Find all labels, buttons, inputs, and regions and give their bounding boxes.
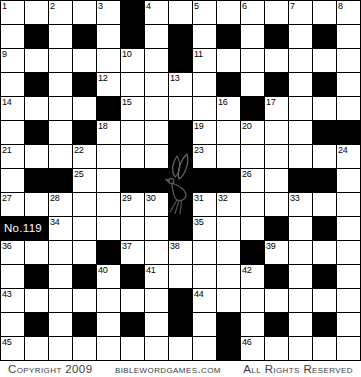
- cell-r6c1[interactable]: [1, 121, 25, 145]
- footer-site: biblewordgames.com: [115, 363, 221, 375]
- cell-r14c12-block: [265, 313, 289, 337]
- cell-r12c9[interactable]: [193, 265, 217, 289]
- cell-r3c6[interactable]: 10: [121, 49, 145, 73]
- cell-r7c15[interactable]: 24: [337, 145, 361, 169]
- clue-number-45: 45: [2, 337, 11, 347]
- cell-r1c11[interactable]: 6: [241, 1, 265, 25]
- cell-r5c11-block: [241, 97, 265, 121]
- cell-r6c2-block: [25, 121, 49, 145]
- cell-r6c6[interactable]: [121, 121, 145, 145]
- cell-r7c1[interactable]: 21: [1, 145, 25, 169]
- cell-r8c4[interactable]: 25: [73, 169, 97, 193]
- cell-r12c8[interactable]: [169, 265, 193, 289]
- cell-r12c5[interactable]: 40: [97, 265, 121, 289]
- cell-r3c14[interactable]: [313, 49, 337, 73]
- clue-number-38: 38: [170, 241, 179, 251]
- cell-r4c9[interactable]: [193, 73, 217, 97]
- cell-r1c10[interactable]: [217, 1, 241, 25]
- cell-r10c9[interactable]: 35: [193, 217, 217, 241]
- cell-r2c14-block: [313, 25, 337, 49]
- cell-r7c12[interactable]: [265, 145, 289, 169]
- clue-number-13: 13: [170, 73, 179, 83]
- cell-r2c12-block: [265, 25, 289, 49]
- cell-r10c4[interactable]: [73, 217, 97, 241]
- clue-number-3: 3: [98, 1, 103, 11]
- clue-number-18: 18: [98, 121, 107, 131]
- clue-number-30: 30: [146, 193, 155, 203]
- cell-r2c4-block: [73, 25, 97, 49]
- cell-r10c13[interactable]: [289, 217, 313, 241]
- cell-r10c6[interactable]: [121, 217, 145, 241]
- cell-r5c12[interactable]: 17: [265, 97, 289, 121]
- cell-r6c3[interactable]: [49, 121, 73, 145]
- cell-r13c5[interactable]: [97, 289, 121, 313]
- cell-r6c8-block: [169, 121, 193, 145]
- cell-r8c6-block: [121, 169, 145, 193]
- cell-r15c10-block: [217, 337, 241, 361]
- clue-number-9: 9: [2, 49, 7, 59]
- cell-r14c3[interactable]: [49, 313, 73, 337]
- cell-r9c2[interactable]: [25, 193, 49, 217]
- clue-number-20: 20: [242, 121, 251, 131]
- cell-r14c13[interactable]: [289, 313, 313, 337]
- clue-number-8: 8: [338, 1, 343, 11]
- cell-r11c4[interactable]: [73, 241, 97, 265]
- clue-number-26: 26: [242, 169, 251, 179]
- cell-r14c7[interactable]: [145, 313, 169, 337]
- cell-r8c14-block: [313, 169, 337, 193]
- cell-r2c3[interactable]: [49, 25, 73, 49]
- cell-r8c2-block: [25, 169, 49, 193]
- cell-r6c13[interactable]: [289, 121, 313, 145]
- cell-r13c9[interactable]: 44: [193, 289, 217, 313]
- cell-r3c3[interactable]: [49, 49, 73, 73]
- cell-r5c15[interactable]: [337, 97, 361, 121]
- cell-r4c10-block: [217, 73, 241, 97]
- cell-r2c1[interactable]: [1, 25, 25, 49]
- cell-r4c14-block: [313, 73, 337, 97]
- cell-r6c15-block: [337, 121, 361, 145]
- cell-r11c6[interactable]: 37: [121, 241, 145, 265]
- cell-r15c3[interactable]: [49, 337, 73, 361]
- cell-r4c12-block: [265, 73, 289, 97]
- crossword-board: 1234567891011121314151617181920212223242…: [0, 0, 361, 361]
- cell-r13c3[interactable]: [49, 289, 73, 313]
- cell-r4c6[interactable]: [121, 73, 145, 97]
- cell-r1c14[interactable]: [313, 1, 337, 25]
- cell-r5c2[interactable]: [25, 97, 49, 121]
- cell-r15c13[interactable]: [289, 337, 313, 361]
- cell-r1c13[interactable]: 7: [289, 1, 313, 25]
- clue-number-5: 5: [194, 1, 199, 11]
- cell-r10c12-block: [265, 217, 289, 241]
- cell-r3c5[interactable]: [97, 49, 121, 73]
- cell-r10c3[interactable]: 34: [49, 217, 73, 241]
- cell-r10c14-block: [313, 217, 337, 241]
- cell-r4c8[interactable]: 13: [169, 73, 193, 97]
- cell-r7c11[interactable]: [241, 145, 265, 169]
- cell-r14c9[interactable]: [193, 313, 217, 337]
- clue-number-29: 29: [122, 193, 131, 203]
- cell-r1c9[interactable]: 5: [193, 1, 217, 25]
- cell-r4c3[interactable]: [49, 73, 73, 97]
- cell-r15c11[interactable]: 46: [241, 337, 265, 361]
- clue-number-2: 2: [50, 1, 55, 11]
- cell-r2c11[interactable]: [241, 25, 265, 49]
- cell-r9c13[interactable]: 33: [289, 193, 313, 217]
- cell-r15c1[interactable]: 45: [1, 337, 25, 361]
- cell-r13c12[interactable]: [265, 289, 289, 313]
- puzzle-number-label: No.119: [4, 222, 42, 235]
- cell-r4c4-block: [73, 73, 97, 97]
- cell-r2c15[interactable]: [337, 25, 361, 49]
- cell-r4c15[interactable]: [337, 73, 361, 97]
- cell-r5c8[interactable]: [169, 97, 193, 121]
- cell-r2c2-block: [25, 25, 49, 49]
- cell-r1c3[interactable]: 2: [49, 1, 73, 25]
- clue-number-37: 37: [122, 241, 131, 251]
- cell-r15c5[interactable]: [97, 337, 121, 361]
- cell-r1c15[interactable]: 8: [337, 1, 361, 25]
- clue-number-22: 22: [74, 145, 83, 155]
- cell-r5c9[interactable]: [193, 97, 217, 121]
- cell-r7c4[interactable]: 22: [73, 145, 97, 169]
- cell-r13c14[interactable]: [313, 289, 337, 313]
- clue-number-17: 17: [266, 97, 275, 107]
- cell-r3c7[interactable]: [145, 49, 169, 73]
- cell-r2c5[interactable]: [97, 25, 121, 49]
- cell-r8c13-block: [289, 169, 313, 193]
- cell-r12c15[interactable]: [337, 265, 361, 289]
- cell-r12c6-block: [121, 265, 145, 289]
- cell-r11c8[interactable]: 38: [169, 241, 193, 265]
- clue-number-28: 28: [50, 193, 59, 203]
- cell-r7c3[interactable]: [49, 145, 73, 169]
- clue-number-4: 4: [146, 1, 151, 11]
- clue-number-14: 14: [2, 97, 11, 107]
- clue-number-11: 11: [194, 49, 203, 59]
- cell-r13c1[interactable]: 43: [1, 289, 25, 313]
- cell-r10c5[interactable]: [97, 217, 121, 241]
- cell-r11c5-block: [97, 241, 121, 265]
- cell-r3c12[interactable]: [265, 49, 289, 73]
- clue-number-7: 7: [290, 1, 295, 11]
- cell-r9c1[interactable]: 27: [1, 193, 25, 217]
- cell-r4c5[interactable]: 12: [97, 73, 121, 97]
- cell-r13c4[interactable]: [73, 289, 97, 313]
- footer-rights: All Rights Reserved: [243, 363, 353, 375]
- cell-r5c6[interactable]: 15: [121, 97, 145, 121]
- dove-icon: [165, 152, 199, 216]
- cell-r10c15[interactable]: [337, 217, 361, 241]
- cell-r12c3[interactable]: [49, 265, 73, 289]
- cell-r6c11[interactable]: 20: [241, 121, 265, 145]
- cell-r14c1[interactable]: [1, 313, 25, 337]
- cell-r3c1[interactable]: 9: [1, 49, 25, 73]
- cell-r8c10-block: [217, 169, 241, 193]
- cell-r8c5[interactable]: [97, 169, 121, 193]
- cell-r6c14-block: [313, 121, 337, 145]
- cell-r11c14[interactable]: [313, 241, 337, 265]
- cell-r13c10[interactable]: [217, 289, 241, 313]
- clue-number-16: 16: [218, 97, 227, 107]
- cell-r9c10[interactable]: 32: [217, 193, 241, 217]
- clue-number-34: 34: [50, 217, 59, 227]
- cell-r5c1[interactable]: 14: [1, 97, 25, 121]
- cell-r15c7[interactable]: [145, 337, 169, 361]
- cell-r9c15[interactable]: [337, 193, 361, 217]
- cell-r15c8[interactable]: [169, 337, 193, 361]
- cell-r11c7[interactable]: [145, 241, 169, 265]
- cell-r11c9[interactable]: [193, 241, 217, 265]
- cell-r9c4[interactable]: [73, 193, 97, 217]
- cell-r13c6[interactable]: [121, 289, 145, 313]
- cell-r6c7[interactable]: [145, 121, 169, 145]
- cell-r6c12[interactable]: [265, 121, 289, 145]
- cell-r3c2[interactable]: [25, 49, 49, 73]
- cell-r2c13[interactable]: [289, 25, 313, 49]
- cell-r6c5[interactable]: 18: [97, 121, 121, 145]
- cell-r1c5[interactable]: 3: [97, 1, 121, 25]
- clue-number-25: 25: [74, 169, 83, 179]
- cell-r5c14[interactable]: [313, 97, 337, 121]
- cell-r12c11[interactable]: 42: [241, 265, 265, 289]
- clue-number-12: 12: [98, 73, 107, 83]
- cell-r2c10-block: [217, 25, 241, 49]
- cell-r14c5[interactable]: [97, 313, 121, 337]
- cell-r12c10[interactable]: [217, 265, 241, 289]
- clue-number-21: 21: [2, 145, 11, 155]
- cell-r9c5[interactable]: [97, 193, 121, 217]
- cell-r8c1[interactable]: [1, 169, 25, 193]
- cell-r13c2[interactable]: [25, 289, 49, 313]
- cell-r11c3[interactable]: [49, 241, 73, 265]
- cell-r11c11-block: [241, 241, 265, 265]
- cell-r3c11[interactable]: [241, 49, 265, 73]
- cell-r7c14[interactable]: [313, 145, 337, 169]
- cell-r11c1[interactable]: 36: [1, 241, 25, 265]
- cell-r7c13[interactable]: [289, 145, 313, 169]
- cell-r14c10-block: [217, 313, 241, 337]
- cell-r14c15[interactable]: [337, 313, 361, 337]
- footer-copyright: Copyright 2009: [8, 363, 92, 375]
- cell-r7c6[interactable]: [121, 145, 145, 169]
- cell-r5c3[interactable]: [49, 97, 73, 121]
- clue-number-6: 6: [242, 1, 247, 11]
- cell-r3c9[interactable]: 11: [193, 49, 217, 73]
- cell-r15c12[interactable]: [265, 337, 289, 361]
- cell-r12c4-block: [73, 265, 97, 289]
- cell-r12c14-block: [313, 265, 337, 289]
- cell-r15c15[interactable]: [337, 337, 361, 361]
- cell-r11c13[interactable]: [289, 241, 313, 265]
- clue-number-43: 43: [2, 289, 11, 299]
- clue-number-32: 32: [218, 193, 227, 203]
- cell-r5c10[interactable]: 16: [217, 97, 241, 121]
- clue-number-10: 10: [122, 49, 131, 59]
- cell-r8c15[interactable]: [337, 169, 361, 193]
- cell-r14c4-block: [73, 313, 97, 337]
- cell-r4c13[interactable]: [289, 73, 313, 97]
- cell-r3c13[interactable]: [289, 49, 313, 73]
- cell-r5c4[interactable]: [73, 97, 97, 121]
- clue-number-41: 41: [146, 265, 155, 275]
- cell-r6c10[interactable]: [217, 121, 241, 145]
- clue-number-15: 15: [122, 97, 131, 107]
- cell-r7c2[interactable]: [25, 145, 49, 169]
- cell-r13c11[interactable]: [241, 289, 265, 313]
- cell-r7c5[interactable]: [97, 145, 121, 169]
- cell-r11c2[interactable]: [25, 241, 49, 265]
- cell-r13c7[interactable]: [145, 289, 169, 313]
- cell-r12c12-block: [265, 265, 289, 289]
- cell-r8c12[interactable]: [265, 169, 289, 193]
- cell-r7c10[interactable]: [217, 145, 241, 169]
- cell-r1c2[interactable]: [25, 1, 49, 25]
- cell-r4c1[interactable]: [1, 73, 25, 97]
- cell-r14c11[interactable]: [241, 313, 265, 337]
- cell-r2c7[interactable]: [145, 25, 169, 49]
- clue-number-40: 40: [98, 265, 107, 275]
- cell-r9c3[interactable]: 28: [49, 193, 73, 217]
- cell-r11c15[interactable]: [337, 241, 361, 265]
- cell-r6c4-block: [73, 121, 97, 145]
- cell-r9c14[interactable]: [313, 193, 337, 217]
- cell-r1c12[interactable]: [265, 1, 289, 25]
- clue-number-44: 44: [194, 289, 203, 299]
- footer: Copyright 2009 biblewordgames.com All Ri…: [0, 361, 361, 377]
- cell-r15c6[interactable]: [121, 337, 145, 361]
- cell-r3c4[interactable]: [73, 49, 97, 73]
- cell-r14c2-block: [25, 313, 49, 337]
- clue-number-24: 24: [338, 145, 347, 155]
- clue-number-35: 35: [194, 217, 203, 227]
- cell-r15c9[interactable]: [193, 337, 217, 361]
- cell-r1c8[interactable]: [169, 1, 193, 25]
- cell-r12c7[interactable]: 41: [145, 265, 169, 289]
- cell-r5c7[interactable]: [145, 97, 169, 121]
- cell-r15c14[interactable]: [313, 337, 337, 361]
- cell-r3c15[interactable]: [337, 49, 361, 73]
- cell-r10c11[interactable]: [241, 217, 265, 241]
- cell-r15c2[interactable]: [25, 337, 49, 361]
- clue-number-19: 19: [194, 121, 203, 131]
- cell-r2c6-block: [121, 25, 145, 49]
- clue-number-39: 39: [266, 241, 275, 251]
- cell-r6c9[interactable]: 19: [193, 121, 217, 145]
- cell-r1c6-block: [121, 1, 145, 25]
- cell-r1c1[interactable]: 1: [1, 1, 25, 25]
- cell-r10c8-block: [169, 217, 193, 241]
- cell-r8c11[interactable]: 26: [241, 169, 265, 193]
- cell-r5c13[interactable]: [289, 97, 313, 121]
- cell-r4c2-block: [25, 73, 49, 97]
- cell-r2c8-block: [169, 25, 193, 49]
- cell-r3c8-block: [169, 49, 193, 73]
- cell-r13c13[interactable]: [289, 289, 313, 313]
- cell-r2c9[interactable]: [193, 25, 217, 49]
- clue-number-1: 1: [2, 1, 7, 11]
- cell-r12c1[interactable]: [1, 265, 25, 289]
- cell-r12c2-block: [25, 265, 49, 289]
- cell-r14c8-block: [169, 313, 193, 337]
- clue-number-46: 46: [242, 337, 251, 347]
- cell-r4c7[interactable]: [145, 73, 169, 97]
- cell-r9c6[interactable]: 29: [121, 193, 145, 217]
- clue-number-27: 27: [2, 193, 11, 203]
- cell-r13c8-block: [169, 289, 193, 313]
- cell-r10c10[interactable]: [217, 217, 241, 241]
- cell-r8c3-block: [49, 169, 73, 193]
- cell-r9c12[interactable]: [265, 193, 289, 217]
- cell-r11c12[interactable]: 39: [265, 241, 289, 265]
- clue-number-42: 42: [242, 265, 251, 275]
- cell-r3c10[interactable]: [217, 49, 241, 73]
- cell-r13c15[interactable]: [337, 289, 361, 313]
- cell-r10c7[interactable]: [145, 217, 169, 241]
- cell-r4c11[interactable]: [241, 73, 265, 97]
- cell-r9c11[interactable]: [241, 193, 265, 217]
- cell-r1c7[interactable]: 4: [145, 1, 169, 25]
- clue-number-33: 33: [290, 193, 299, 203]
- cell-r5c5-block: [97, 97, 121, 121]
- cell-r1c4[interactable]: [73, 1, 97, 25]
- cell-r14c14-block: [313, 313, 337, 337]
- cell-r14c6-block: [121, 313, 145, 337]
- clue-number-36: 36: [2, 241, 11, 251]
- cell-r12c13[interactable]: [289, 265, 313, 289]
- cell-r15c4[interactable]: [73, 337, 97, 361]
- cell-r11c10[interactable]: [217, 241, 241, 265]
